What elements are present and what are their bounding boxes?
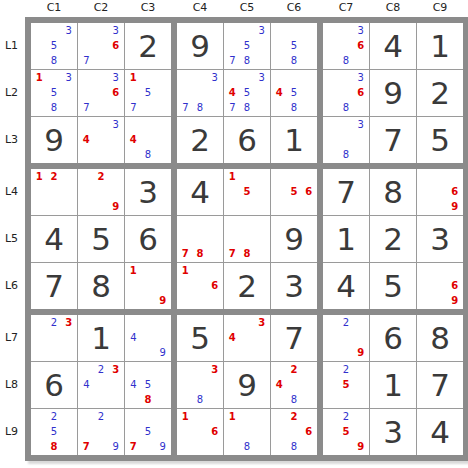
cell-L8C7[interactable]: 25 xyxy=(323,362,369,408)
candidate-red-4: 4 xyxy=(272,86,287,101)
box-2-1: 122934567819 xyxy=(31,169,171,309)
cell-L3C3[interactable]: 48 xyxy=(125,117,171,163)
candidate-red-8: 8 xyxy=(141,392,156,407)
cell-L2C7[interactable]: 368 xyxy=(323,70,369,116)
candidate-empty xyxy=(287,170,302,185)
candidate-empty xyxy=(339,118,354,133)
cell-L3C5[interactable]: 6 xyxy=(224,117,270,163)
candidate-empty xyxy=(272,410,287,425)
candidate-grid: 234 xyxy=(79,363,123,407)
candidate-empty xyxy=(94,53,109,68)
candidate-empty xyxy=(301,410,316,425)
candidate-empty xyxy=(193,279,208,294)
box-2-3: 78691234569 xyxy=(323,169,463,309)
candidate-red-3: 3 xyxy=(254,316,269,331)
candidate-blue-8: 8 xyxy=(287,100,302,115)
candidate-empty xyxy=(32,86,47,101)
candidate-red-3: 3 xyxy=(207,363,222,378)
cell-L3C9[interactable]: 5 xyxy=(417,117,463,163)
solved-digit: 1 xyxy=(383,370,403,401)
box-3-3: 2968251725934 xyxy=(323,315,463,455)
candidate-empty xyxy=(433,199,448,214)
candidate-empty xyxy=(324,24,339,39)
cell-L6C7[interactable]: 4 xyxy=(323,263,369,309)
candidate-empty xyxy=(141,439,156,454)
candidate-empty xyxy=(254,345,269,360)
candidate-blue-5: 5 xyxy=(141,86,156,101)
candidate-blue-8: 8 xyxy=(193,392,208,407)
candidate-empty xyxy=(47,185,62,200)
cell-L6C3[interactable]: 19 xyxy=(125,263,171,309)
cell-L7C8[interactable]: 6 xyxy=(370,315,416,361)
cell-L3C4[interactable]: 2 xyxy=(177,117,223,163)
candidate-empty xyxy=(272,439,287,454)
cell-L6C9[interactable]: 69 xyxy=(417,263,463,309)
candidate-empty xyxy=(94,100,109,115)
candidate-empty xyxy=(141,279,156,294)
candidate-empty xyxy=(141,331,156,346)
cell-L1C6[interactable]: 58 xyxy=(271,23,317,69)
row-label-L9: L9 xyxy=(0,409,23,455)
cell-L4C5[interactable]: 15 xyxy=(224,169,270,215)
cell-L8C3[interactable]: 458 xyxy=(125,362,171,408)
cell-L1C4[interactable]: 9 xyxy=(177,23,223,69)
candidate-empty xyxy=(155,100,170,115)
cell-L6C1[interactable]: 7 xyxy=(31,263,77,309)
cell-L3C6[interactable]: 1 xyxy=(271,117,317,163)
candidate-empty xyxy=(61,53,76,68)
cell-L8C9[interactable]: 7 xyxy=(417,362,463,408)
candidate-blue-8: 8 xyxy=(339,147,354,162)
candidate-empty xyxy=(433,279,448,294)
candidate-red-7: 7 xyxy=(178,246,193,261)
cell-L2C3[interactable]: 157 xyxy=(125,70,171,116)
candidate-empty xyxy=(418,185,433,200)
candidate-empty xyxy=(32,185,47,200)
candidate-blue-2: 2 xyxy=(339,316,354,331)
solved-digit: 1 xyxy=(336,224,356,255)
candidate-empty xyxy=(324,133,339,148)
candidate-empty xyxy=(240,331,255,346)
candidate-blue-7: 7 xyxy=(79,100,94,115)
candidate-red-6: 6 xyxy=(447,185,462,200)
cell-L9C4[interactable]: 16 xyxy=(177,409,223,455)
candidate-empty xyxy=(32,199,47,214)
candidate-red-2: 2 xyxy=(47,170,62,185)
candidate-blue-8: 8 xyxy=(47,53,62,68)
cell-L6C6[interactable]: 3 xyxy=(271,263,317,309)
candidate-red-1: 1 xyxy=(225,170,240,185)
column-label-C4: C4 xyxy=(177,1,223,15)
candidate-empty xyxy=(287,425,302,440)
candidate-empty xyxy=(193,378,208,393)
cell-L5C4[interactable]: 78 xyxy=(177,216,223,262)
cell-L4C6[interactable]: 56 xyxy=(271,169,317,215)
candidate-empty xyxy=(32,410,47,425)
candidate-empty xyxy=(301,199,316,214)
solved-digit: 6 xyxy=(383,323,403,354)
cell-L4C9[interactable]: 69 xyxy=(417,169,463,215)
candidate-empty xyxy=(61,100,76,115)
cell-L7C6[interactable]: 7 xyxy=(271,315,317,361)
candidate-empty xyxy=(193,439,208,454)
candidate-empty xyxy=(324,39,339,54)
candidate-empty xyxy=(108,185,123,200)
candidate-empty xyxy=(254,170,269,185)
cell-L4C1[interactable]: 12 xyxy=(31,169,77,215)
cell-L5C3[interactable]: 6 xyxy=(125,216,171,262)
candidate-red-5: 5 xyxy=(287,185,302,200)
column-label-C1: C1 xyxy=(31,1,77,15)
cell-L6C8[interactable]: 5 xyxy=(370,263,416,309)
candidate-empty xyxy=(193,217,208,232)
candidate-blue-9: 9 xyxy=(155,439,170,454)
cell-L8C6[interactable]: 248 xyxy=(271,362,317,408)
cell-L1C1[interactable]: 358 xyxy=(31,23,77,69)
candidate-empty xyxy=(79,71,94,86)
cell-L8C1[interactable]: 6 xyxy=(31,362,77,408)
candidate-empty xyxy=(141,316,156,331)
candidate-empty xyxy=(79,147,94,162)
candidate-red-1: 1 xyxy=(178,264,193,279)
cell-L4C2[interactable]: 29 xyxy=(78,169,124,215)
candidate-empty xyxy=(108,410,123,425)
candidate-empty xyxy=(324,86,339,101)
candidate-empty xyxy=(339,39,354,54)
candidate-empty xyxy=(225,71,240,86)
cell-L9C2[interactable]: 279 xyxy=(78,409,124,455)
candidate-empty xyxy=(301,439,316,454)
candidate-red-3: 3 xyxy=(61,316,76,331)
cell-L5C2[interactable]: 5 xyxy=(78,216,124,262)
cell-L9C9[interactable]: 4 xyxy=(417,409,463,455)
cell-L5C5[interactable]: 78 xyxy=(224,216,270,262)
candidate-blue-8: 8 xyxy=(193,100,208,115)
cell-L3C8[interactable]: 7 xyxy=(370,117,416,163)
cell-L3C1[interactable]: 9 xyxy=(31,117,77,163)
cell-L5C7[interactable]: 1 xyxy=(323,216,369,262)
candidate-empty xyxy=(339,392,354,407)
cell-L7C5[interactable]: 34 xyxy=(224,315,270,361)
candidate-grid: 29 xyxy=(324,316,368,360)
cell-L1C9[interactable]: 1 xyxy=(417,23,463,69)
candidate-empty xyxy=(272,100,287,115)
candidate-empty xyxy=(324,378,339,393)
candidate-empty xyxy=(324,439,339,454)
cell-L4C8[interactable]: 8 xyxy=(370,169,416,215)
solved-digit: 2 xyxy=(138,31,158,62)
candidate-blue-3: 3 xyxy=(108,118,123,133)
candidate-empty xyxy=(193,425,208,440)
solved-digit: 3 xyxy=(430,224,450,255)
candidate-empty xyxy=(207,439,222,454)
candidate-blue-5: 5 xyxy=(141,378,156,393)
candidate-empty xyxy=(155,316,170,331)
cell-L7C1[interactable]: 23 xyxy=(31,315,77,361)
candidate-red-4: 4 xyxy=(126,133,141,148)
cell-L4C3[interactable]: 3 xyxy=(125,169,171,215)
candidate-blue-5: 5 xyxy=(47,86,62,101)
candidate-empty xyxy=(61,425,76,440)
candidate-empty xyxy=(178,363,193,378)
candidate-empty xyxy=(178,439,193,454)
candidate-empty xyxy=(254,410,269,425)
candidate-blue-4: 4 xyxy=(126,378,141,393)
candidate-empty xyxy=(418,170,433,185)
candidate-empty xyxy=(225,316,240,331)
candidate-red-9: 9 xyxy=(353,345,368,360)
cell-L4C7[interactable]: 7 xyxy=(323,169,369,215)
candidate-empty xyxy=(141,118,156,133)
candidate-empty xyxy=(178,232,193,247)
candidate-blue-8: 8 xyxy=(339,100,354,115)
candidate-empty xyxy=(79,86,94,101)
candidate-blue-5: 5 xyxy=(47,425,62,440)
candidate-empty xyxy=(141,410,156,425)
candidate-blue-5: 5 xyxy=(141,425,156,440)
candidate-empty xyxy=(155,331,170,346)
candidate-empty xyxy=(207,217,222,232)
candidate-empty xyxy=(126,425,141,440)
candidate-empty xyxy=(324,316,339,331)
candidate-empty xyxy=(254,217,269,232)
candidate-grid: 268 xyxy=(272,410,316,454)
cell-L8C2[interactable]: 234 xyxy=(78,362,124,408)
candidate-red-6: 6 xyxy=(447,279,462,294)
candidate-blue-2: 2 xyxy=(47,316,62,331)
candidate-blue-5: 5 xyxy=(240,39,255,54)
solved-digit: 9 xyxy=(44,125,64,156)
candidate-empty xyxy=(141,293,156,308)
candidate-red-7: 7 xyxy=(225,246,240,261)
candidate-grid: 248 xyxy=(272,363,316,407)
candidate-blue-2: 2 xyxy=(339,410,354,425)
box-3-1: 231496234458258279579 xyxy=(31,315,171,455)
candidate-empty xyxy=(155,392,170,407)
candidate-empty xyxy=(225,439,240,454)
cell-L9C3[interactable]: 579 xyxy=(125,409,171,455)
solved-digit: 4 xyxy=(190,177,210,208)
candidate-empty xyxy=(447,170,462,185)
column-label-C2: C2 xyxy=(78,1,124,15)
candidate-empty xyxy=(418,293,433,308)
candidate-grid: 279 xyxy=(79,410,123,454)
cell-L9C8[interactable]: 3 xyxy=(370,409,416,455)
candidate-empty xyxy=(178,425,193,440)
cell-L7C7[interactable]: 29 xyxy=(323,315,369,361)
candidate-grid: 69 xyxy=(418,170,462,214)
candidate-red-1: 1 xyxy=(32,71,47,86)
solved-digit: 3 xyxy=(284,271,304,302)
cell-L7C4[interactable]: 5 xyxy=(177,315,223,361)
candidate-empty xyxy=(155,133,170,148)
candidate-blue-3: 3 xyxy=(353,24,368,39)
cell-L2C8[interactable]: 9 xyxy=(370,70,416,116)
cell-L2C2[interactable]: 367 xyxy=(78,70,124,116)
candidate-red-4: 4 xyxy=(225,86,240,101)
candidate-empty xyxy=(324,363,339,378)
candidate-blue-7: 7 xyxy=(225,53,240,68)
cell-L2C5[interactable]: 34578 xyxy=(224,70,270,116)
candidate-empty xyxy=(324,331,339,346)
solved-digit: 8 xyxy=(91,271,111,302)
solved-digit: 9 xyxy=(383,78,403,109)
cell-L6C2[interactable]: 8 xyxy=(78,263,124,309)
cell-L5C8[interactable]: 2 xyxy=(370,216,416,262)
cell-L1C7[interactable]: 368 xyxy=(323,23,369,69)
solved-digit: 7 xyxy=(430,370,450,401)
candidate-empty xyxy=(79,39,94,54)
candidate-blue-7: 7 xyxy=(126,100,141,115)
candidate-grid: 367 xyxy=(79,71,123,115)
candidate-red-2: 2 xyxy=(94,170,109,185)
candidate-empty xyxy=(193,86,208,101)
box-3-2: 53473892481618268 xyxy=(177,315,317,455)
candidate-grid: 16 xyxy=(178,264,222,308)
candidate-empty xyxy=(240,425,255,440)
candidate-empty xyxy=(207,264,222,279)
candidate-blue-3: 3 xyxy=(254,24,269,39)
row-label-L5: L5 xyxy=(0,216,23,262)
candidate-empty xyxy=(254,331,269,346)
candidate-empty xyxy=(353,53,368,68)
candidate-empty xyxy=(178,279,193,294)
candidate-empty xyxy=(94,425,109,440)
candidate-empty xyxy=(324,147,339,162)
candidate-red-7: 7 xyxy=(126,439,141,454)
candidate-empty xyxy=(155,279,170,294)
candidate-empty xyxy=(108,133,123,148)
cell-L7C9[interactable]: 8 xyxy=(417,315,463,361)
candidate-red-8: 8 xyxy=(193,246,208,261)
cell-L3C2[interactable]: 34 xyxy=(78,117,124,163)
candidate-blue-3: 3 xyxy=(353,118,368,133)
candidate-empty xyxy=(301,39,316,54)
candidate-empty xyxy=(418,279,433,294)
candidate-red-9: 9 xyxy=(155,293,170,308)
candidate-empty xyxy=(79,199,94,214)
cell-L3C7[interactable]: 38 xyxy=(323,117,369,163)
candidate-empty xyxy=(178,392,193,407)
candidate-blue-7: 7 xyxy=(178,100,193,115)
solved-digit: 3 xyxy=(138,177,158,208)
candidate-empty xyxy=(272,185,287,200)
candidate-red-4: 4 xyxy=(79,133,94,148)
candidate-empty xyxy=(301,378,316,393)
cell-L6C5[interactable]: 2 xyxy=(224,263,270,309)
cell-L9C6[interactable]: 268 xyxy=(271,409,317,455)
candidate-empty xyxy=(108,378,123,393)
candidate-empty xyxy=(61,331,76,346)
solved-digit: 1 xyxy=(430,31,450,62)
cell-L1C2[interactable]: 367 xyxy=(78,23,124,69)
cell-L9C5[interactable]: 18 xyxy=(224,409,270,455)
candidate-empty xyxy=(225,24,240,39)
candidate-empty xyxy=(254,425,269,440)
cell-L2C1[interactable]: 1358 xyxy=(31,70,77,116)
row-label-L8: L8 xyxy=(0,362,23,408)
candidate-grid: 29 xyxy=(79,170,123,214)
candidate-empty xyxy=(32,39,47,54)
cell-L1C5[interactable]: 3578 xyxy=(224,23,270,69)
cell-L7C2[interactable]: 1 xyxy=(78,315,124,361)
candidate-empty xyxy=(47,345,62,360)
candidate-empty xyxy=(193,293,208,308)
cell-L9C1[interactable]: 258 xyxy=(31,409,77,455)
cell-L2C9[interactable]: 2 xyxy=(417,70,463,116)
candidate-empty xyxy=(126,363,141,378)
candidate-blue-5: 5 xyxy=(287,39,302,54)
solved-digit: 2 xyxy=(383,224,403,255)
candidate-empty xyxy=(126,392,141,407)
candidate-red-5: 5 xyxy=(339,378,354,393)
solved-digit: 3 xyxy=(383,417,403,448)
candidate-empty xyxy=(47,331,62,346)
candidate-empty xyxy=(225,199,240,214)
cell-L2C4[interactable]: 378 xyxy=(177,70,223,116)
candidate-grid: 38 xyxy=(324,118,368,162)
cell-L1C8[interactable]: 4 xyxy=(370,23,416,69)
cell-L6C4[interactable]: 16 xyxy=(177,263,223,309)
candidate-red-9: 9 xyxy=(108,199,123,214)
cell-L9C7[interactable]: 259 xyxy=(323,409,369,455)
cell-L2C6[interactable]: 458 xyxy=(271,70,317,116)
box-1-3: 36841368923875 xyxy=(323,23,463,163)
solved-digit: 7 xyxy=(383,125,403,156)
solved-digit: 6 xyxy=(237,125,257,156)
cell-L1C3[interactable]: 2 xyxy=(125,23,171,69)
candidate-empty xyxy=(353,147,368,162)
cell-L8C8[interactable]: 1 xyxy=(370,362,416,408)
candidate-empty xyxy=(108,392,123,407)
cell-L5C6[interactable]: 9 xyxy=(271,216,317,262)
cell-L8C4[interactable]: 38 xyxy=(177,362,223,408)
candidate-empty xyxy=(287,378,302,393)
candidate-empty xyxy=(433,185,448,200)
candidate-grid: 258 xyxy=(32,410,76,454)
candidate-grid: 34 xyxy=(225,316,269,360)
candidate-grid: 12 xyxy=(32,170,76,214)
candidate-red-1: 1 xyxy=(178,410,193,425)
solved-digit: 5 xyxy=(383,271,403,302)
candidate-empty xyxy=(79,118,94,133)
candidate-grid: 16 xyxy=(178,410,222,454)
cell-L5C1[interactable]: 4 xyxy=(31,216,77,262)
candidate-empty xyxy=(47,71,62,86)
candidate-empty xyxy=(79,363,94,378)
cell-L4C4[interactable]: 4 xyxy=(177,169,223,215)
candidate-empty xyxy=(433,170,448,185)
candidate-empty xyxy=(79,24,94,39)
cell-L5C9[interactable]: 3 xyxy=(417,216,463,262)
candidate-empty xyxy=(32,24,47,39)
candidate-red-6: 6 xyxy=(207,425,222,440)
candidate-empty xyxy=(272,170,287,185)
cell-L7C3[interactable]: 49 xyxy=(125,315,171,361)
cell-L8C5[interactable]: 9 xyxy=(224,362,270,408)
candidate-red-4: 4 xyxy=(272,378,287,393)
column-label-C6: C6 xyxy=(271,1,317,15)
candidate-empty xyxy=(301,24,316,39)
candidate-empty xyxy=(207,410,222,425)
candidate-empty xyxy=(32,100,47,115)
candidate-empty xyxy=(61,39,76,54)
candidate-red-4: 4 xyxy=(225,331,240,346)
candidate-empty xyxy=(126,86,141,101)
solved-digit: 8 xyxy=(383,177,403,208)
candidate-empty xyxy=(272,199,287,214)
candidate-grid: 78 xyxy=(225,217,269,261)
